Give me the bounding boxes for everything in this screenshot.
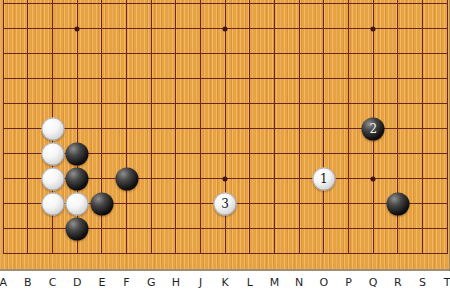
white-stone-C6[interactable] <box>41 117 64 140</box>
coordinate-label-M: M <box>265 276 285 289</box>
white-stone-O4[interactable]: 1 <box>312 167 335 190</box>
white-stone-D3[interactable] <box>66 192 89 215</box>
coordinate-label-P: P <box>339 276 359 289</box>
coordinate-label-J: J <box>191 276 211 289</box>
grid-line-horizontal <box>3 253 448 254</box>
grid-line-horizontal <box>3 103 448 104</box>
coordinate-label-K: K <box>215 276 235 289</box>
star-point <box>371 26 376 31</box>
move-number: 1 <box>320 173 328 185</box>
star-point <box>223 26 228 31</box>
grid-line-vertical <box>348 0 349 254</box>
white-stone-K3[interactable]: 3 <box>214 192 237 215</box>
star-point <box>75 26 80 31</box>
grid-line-horizontal <box>3 3 448 4</box>
grid-line-vertical <box>299 0 300 254</box>
coordinate-label-L: L <box>240 276 260 289</box>
black-stone-Q6[interactable]: 2 <box>362 117 385 140</box>
black-stone-D4[interactable] <box>66 167 89 190</box>
grid-line-vertical <box>274 0 275 254</box>
coordinate-label-O: O <box>314 276 334 289</box>
black-stone-D2[interactable] <box>66 217 89 240</box>
black-stone-D5[interactable] <box>66 142 89 165</box>
grid-line-vertical <box>101 0 102 254</box>
white-stone-C4[interactable] <box>41 167 64 190</box>
grid-line-vertical <box>77 0 78 254</box>
coordinate-label-C: C <box>43 276 63 289</box>
coordinate-label-D: D <box>67 276 87 289</box>
move-number: 3 <box>221 198 229 210</box>
grid-line-vertical <box>200 0 201 254</box>
grid-line-vertical <box>27 0 28 254</box>
coordinate-label-N: N <box>289 276 309 289</box>
coordinate-label-E: E <box>92 276 112 289</box>
coordinate-strip: ABCDEFGHJKLMNOPQRST <box>0 271 450 300</box>
go-diagram: 312 ABCDEFGHJKLMNOPQRST <box>0 0 450 300</box>
white-stone-C5[interactable] <box>41 142 64 165</box>
grid-line-vertical <box>126 0 127 254</box>
grid-line-vertical <box>3 0 4 254</box>
go-board[interactable]: 312 <box>0 0 450 271</box>
grid-line-vertical <box>151 0 152 254</box>
coordinate-label-A: A <box>0 276 13 289</box>
star-point <box>223 176 228 181</box>
coordinate-label-T: T <box>437 276 450 289</box>
grid-line-vertical <box>397 0 398 254</box>
coordinate-label-G: G <box>141 276 161 289</box>
grid-line-vertical <box>225 0 226 254</box>
white-stone-C3[interactable] <box>41 192 64 215</box>
coordinate-label-F: F <box>117 276 137 289</box>
grid-line-vertical <box>422 0 423 254</box>
move-number: 2 <box>369 123 377 135</box>
grid-line-vertical <box>323 0 324 254</box>
grid-line-horizontal <box>3 78 448 79</box>
star-point <box>371 176 376 181</box>
grid-line-vertical <box>175 0 176 254</box>
coordinate-label-R: R <box>388 276 408 289</box>
coordinate-label-H: H <box>166 276 186 289</box>
coordinate-label-B: B <box>18 276 38 289</box>
black-stone-F4[interactable] <box>115 167 138 190</box>
grid-line-vertical <box>249 0 250 254</box>
coordinate-label-S: S <box>413 276 433 289</box>
grid-line-horizontal <box>3 53 448 54</box>
grid-line-vertical <box>447 0 448 254</box>
black-stone-R3[interactable] <box>386 192 409 215</box>
black-stone-E3[interactable] <box>90 192 113 215</box>
coordinate-label-Q: Q <box>363 276 383 289</box>
